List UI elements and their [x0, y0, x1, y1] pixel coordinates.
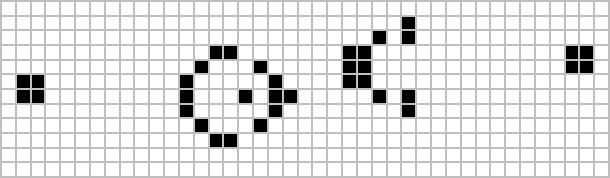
live-cell[interactable] — [343, 46, 356, 59]
dead-cell[interactable] — [388, 134, 401, 147]
dead-cell[interactable] — [165, 119, 178, 132]
dead-cell[interactable] — [210, 61, 223, 74]
dead-cell[interactable] — [566, 149, 579, 162]
dead-cell[interactable] — [343, 2, 356, 15]
dead-cell[interactable] — [388, 75, 401, 88]
dead-cell[interactable] — [269, 46, 282, 59]
dead-cell[interactable] — [566, 90, 579, 103]
live-cell[interactable] — [239, 90, 252, 103]
dead-cell[interactable] — [417, 61, 430, 74]
dead-cell[interactable] — [239, 134, 252, 147]
dead-cell[interactable] — [180, 61, 193, 74]
dead-cell[interactable] — [61, 119, 74, 132]
dead-cell[interactable] — [417, 149, 430, 162]
dead-cell[interactable] — [580, 90, 593, 103]
dead-cell[interactable] — [106, 61, 119, 74]
dead-cell[interactable] — [373, 119, 386, 132]
dead-cell[interactable] — [2, 149, 15, 162]
dead-cell[interactable] — [76, 163, 89, 176]
dead-cell[interactable] — [299, 75, 312, 88]
dead-cell[interactable] — [358, 17, 371, 30]
dead-cell[interactable] — [462, 46, 475, 59]
dead-cell[interactable] — [388, 17, 401, 30]
dead-cell[interactable] — [17, 105, 30, 118]
dead-cell[interactable] — [239, 75, 252, 88]
dead-cell[interactable] — [299, 119, 312, 132]
dead-cell[interactable] — [32, 134, 45, 147]
dead-cell[interactable] — [447, 46, 460, 59]
dead-cell[interactable] — [595, 119, 608, 132]
dead-cell[interactable] — [269, 149, 282, 162]
live-cell[interactable] — [566, 46, 579, 59]
dead-cell[interactable] — [580, 134, 593, 147]
dead-cell[interactable] — [2, 46, 15, 59]
dead-cell[interactable] — [254, 105, 267, 118]
dead-cell[interactable] — [551, 149, 564, 162]
dead-cell[interactable] — [477, 134, 490, 147]
dead-cell[interactable] — [299, 2, 312, 15]
dead-cell[interactable] — [46, 149, 59, 162]
dead-cell[interactable] — [195, 31, 208, 44]
dead-cell[interactable] — [432, 163, 445, 176]
dead-cell[interactable] — [121, 119, 134, 132]
dead-cell[interactable] — [224, 17, 237, 30]
dead-cell[interactable] — [595, 31, 608, 44]
dead-cell[interactable] — [210, 163, 223, 176]
dead-cell[interactable] — [76, 17, 89, 30]
dead-cell[interactable] — [165, 75, 178, 88]
dead-cell[interactable] — [521, 134, 534, 147]
live-cell[interactable] — [269, 75, 282, 88]
dead-cell[interactable] — [284, 163, 297, 176]
dead-cell[interactable] — [91, 105, 104, 118]
dead-cell[interactable] — [254, 163, 267, 176]
dead-cell[interactable] — [358, 105, 371, 118]
dead-cell[interactable] — [402, 75, 415, 88]
dead-cell[interactable] — [121, 46, 134, 59]
dead-cell[interactable] — [121, 2, 134, 15]
dead-cell[interactable] — [447, 75, 460, 88]
dead-cell[interactable] — [506, 31, 519, 44]
dead-cell[interactable] — [121, 134, 134, 147]
dead-cell[interactable] — [224, 105, 237, 118]
dead-cell[interactable] — [551, 75, 564, 88]
dead-cell[interactable] — [328, 61, 341, 74]
dead-cell[interactable] — [343, 105, 356, 118]
dead-cell[interactable] — [106, 75, 119, 88]
dead-cell[interactable] — [165, 90, 178, 103]
dead-cell[interactable] — [239, 163, 252, 176]
dead-cell[interactable] — [299, 61, 312, 74]
dead-cell[interactable] — [254, 17, 267, 30]
dead-cell[interactable] — [506, 105, 519, 118]
dead-cell[interactable] — [224, 149, 237, 162]
dead-cell[interactable] — [135, 17, 148, 30]
dead-cell[interactable] — [566, 163, 579, 176]
dead-cell[interactable] — [462, 75, 475, 88]
dead-cell[interactable] — [313, 61, 326, 74]
dead-cell[interactable] — [210, 75, 223, 88]
dead-cell[interactable] — [402, 149, 415, 162]
dead-cell[interactable] — [91, 46, 104, 59]
dead-cell[interactable] — [447, 17, 460, 30]
dead-cell[interactable] — [269, 31, 282, 44]
live-cell[interactable] — [269, 105, 282, 118]
dead-cell[interactable] — [121, 61, 134, 74]
dead-cell[interactable] — [566, 75, 579, 88]
live-cell[interactable] — [17, 75, 30, 88]
dead-cell[interactable] — [150, 90, 163, 103]
dead-cell[interactable] — [106, 31, 119, 44]
dead-cell[interactable] — [2, 31, 15, 44]
dead-cell[interactable] — [106, 105, 119, 118]
dead-cell[interactable] — [46, 61, 59, 74]
dead-cell[interactable] — [106, 90, 119, 103]
dead-cell[interactable] — [180, 119, 193, 132]
dead-cell[interactable] — [536, 163, 549, 176]
dead-cell[interactable] — [61, 149, 74, 162]
dead-cell[interactable] — [239, 46, 252, 59]
dead-cell[interactable] — [61, 90, 74, 103]
dead-cell[interactable] — [595, 149, 608, 162]
dead-cell[interactable] — [566, 105, 579, 118]
dead-cell[interactable] — [150, 46, 163, 59]
dead-cell[interactable] — [76, 149, 89, 162]
dead-cell[interactable] — [32, 119, 45, 132]
dead-cell[interactable] — [388, 119, 401, 132]
dead-cell[interactable] — [210, 2, 223, 15]
dead-cell[interactable] — [373, 46, 386, 59]
dead-cell[interactable] — [343, 90, 356, 103]
dead-cell[interactable] — [106, 46, 119, 59]
dead-cell[interactable] — [328, 46, 341, 59]
dead-cell[interactable] — [313, 75, 326, 88]
dead-cell[interactable] — [566, 119, 579, 132]
live-cell[interactable] — [402, 17, 415, 30]
dead-cell[interactable] — [566, 17, 579, 30]
dead-cell[interactable] — [447, 31, 460, 44]
dead-cell[interactable] — [595, 105, 608, 118]
dead-cell[interactable] — [462, 90, 475, 103]
dead-cell[interactable] — [373, 105, 386, 118]
dead-cell[interactable] — [91, 163, 104, 176]
live-cell[interactable] — [358, 61, 371, 74]
dead-cell[interactable] — [195, 17, 208, 30]
dead-cell[interactable] — [180, 31, 193, 44]
dead-cell[interactable] — [313, 163, 326, 176]
dead-cell[interactable] — [2, 105, 15, 118]
dead-cell[interactable] — [432, 2, 445, 15]
dead-cell[interactable] — [150, 2, 163, 15]
live-cell[interactable] — [580, 46, 593, 59]
dead-cell[interactable] — [76, 75, 89, 88]
dead-cell[interactable] — [2, 119, 15, 132]
dead-cell[interactable] — [506, 17, 519, 30]
dead-cell[interactable] — [239, 61, 252, 74]
dead-cell[interactable] — [2, 163, 15, 176]
dead-cell[interactable] — [46, 105, 59, 118]
dead-cell[interactable] — [521, 61, 534, 74]
dead-cell[interactable] — [46, 75, 59, 88]
dead-cell[interactable] — [521, 75, 534, 88]
dead-cell[interactable] — [46, 2, 59, 15]
live-cell[interactable] — [254, 61, 267, 74]
dead-cell[interactable] — [580, 75, 593, 88]
dead-cell[interactable] — [239, 17, 252, 30]
dead-cell[interactable] — [580, 119, 593, 132]
dead-cell[interactable] — [447, 149, 460, 162]
live-cell[interactable] — [580, 61, 593, 74]
dead-cell[interactable] — [536, 134, 549, 147]
dead-cell[interactable] — [373, 134, 386, 147]
dead-cell[interactable] — [135, 61, 148, 74]
dead-cell[interactable] — [313, 17, 326, 30]
dead-cell[interactable] — [210, 90, 223, 103]
dead-cell[interactable] — [328, 105, 341, 118]
dead-cell[interactable] — [358, 31, 371, 44]
dead-cell[interactable] — [551, 31, 564, 44]
dead-cell[interactable] — [521, 17, 534, 30]
dead-cell[interactable] — [536, 90, 549, 103]
dead-cell[interactable] — [91, 61, 104, 74]
dead-cell[interactable] — [32, 2, 45, 15]
dead-cell[interactable] — [328, 31, 341, 44]
dead-cell[interactable] — [299, 163, 312, 176]
dead-cell[interactable] — [269, 2, 282, 15]
dead-cell[interactable] — [195, 90, 208, 103]
dead-cell[interactable] — [432, 90, 445, 103]
dead-cell[interactable] — [580, 149, 593, 162]
dead-cell[interactable] — [536, 75, 549, 88]
dead-cell[interactable] — [551, 105, 564, 118]
live-cell[interactable] — [358, 75, 371, 88]
dead-cell[interactable] — [388, 61, 401, 74]
dead-cell[interactable] — [388, 90, 401, 103]
dead-cell[interactable] — [462, 2, 475, 15]
dead-cell[interactable] — [106, 134, 119, 147]
dead-cell[interactable] — [150, 149, 163, 162]
dead-cell[interactable] — [506, 134, 519, 147]
live-cell[interactable] — [32, 75, 45, 88]
dead-cell[interactable] — [373, 75, 386, 88]
dead-cell[interactable] — [521, 163, 534, 176]
dead-cell[interactable] — [566, 2, 579, 15]
dead-cell[interactable] — [106, 163, 119, 176]
dead-cell[interactable] — [284, 61, 297, 74]
dead-cell[interactable] — [462, 61, 475, 74]
dead-cell[interactable] — [328, 75, 341, 88]
dead-cell[interactable] — [284, 46, 297, 59]
dead-cell[interactable] — [299, 31, 312, 44]
dead-cell[interactable] — [284, 149, 297, 162]
dead-cell[interactable] — [388, 2, 401, 15]
dead-cell[interactable] — [135, 163, 148, 176]
dead-cell[interactable] — [313, 134, 326, 147]
dead-cell[interactable] — [135, 75, 148, 88]
dead-cell[interactable] — [328, 149, 341, 162]
dead-cell[interactable] — [224, 75, 237, 88]
dead-cell[interactable] — [417, 17, 430, 30]
dead-cell[interactable] — [477, 119, 490, 132]
dead-cell[interactable] — [551, 17, 564, 30]
dead-cell[interactable] — [269, 17, 282, 30]
dead-cell[interactable] — [91, 90, 104, 103]
dead-cell[interactable] — [76, 46, 89, 59]
dead-cell[interactable] — [284, 75, 297, 88]
dead-cell[interactable] — [402, 119, 415, 132]
dead-cell[interactable] — [521, 119, 534, 132]
dead-cell[interactable] — [32, 17, 45, 30]
dead-cell[interactable] — [121, 75, 134, 88]
dead-cell[interactable] — [76, 134, 89, 147]
dead-cell[interactable] — [150, 119, 163, 132]
dead-cell[interactable] — [61, 75, 74, 88]
live-cell[interactable] — [254, 119, 267, 132]
dead-cell[interactable] — [195, 134, 208, 147]
dead-cell[interactable] — [32, 149, 45, 162]
dead-cell[interactable] — [432, 46, 445, 59]
dead-cell[interactable] — [551, 46, 564, 59]
dead-cell[interactable] — [506, 149, 519, 162]
dead-cell[interactable] — [551, 61, 564, 74]
dead-cell[interactable] — [239, 2, 252, 15]
live-cell[interactable] — [402, 31, 415, 44]
dead-cell[interactable] — [417, 46, 430, 59]
dead-cell[interactable] — [580, 163, 593, 176]
dead-cell[interactable] — [61, 17, 74, 30]
dead-cell[interactable] — [46, 90, 59, 103]
dead-cell[interactable] — [46, 46, 59, 59]
live-cell[interactable] — [180, 105, 193, 118]
dead-cell[interactable] — [521, 149, 534, 162]
dead-cell[interactable] — [506, 46, 519, 59]
dead-cell[interactable] — [195, 149, 208, 162]
dead-cell[interactable] — [373, 163, 386, 176]
dead-cell[interactable] — [180, 2, 193, 15]
dead-cell[interactable] — [432, 31, 445, 44]
dead-cell[interactable] — [580, 2, 593, 15]
dead-cell[interactable] — [432, 105, 445, 118]
dead-cell[interactable] — [299, 90, 312, 103]
dead-cell[interactable] — [2, 2, 15, 15]
dead-cell[interactable] — [135, 119, 148, 132]
dead-cell[interactable] — [491, 90, 504, 103]
live-cell[interactable] — [210, 134, 223, 147]
dead-cell[interactable] — [32, 61, 45, 74]
dead-cell[interactable] — [447, 119, 460, 132]
dead-cell[interactable] — [447, 90, 460, 103]
dead-cell[interactable] — [106, 17, 119, 30]
dead-cell[interactable] — [76, 61, 89, 74]
dead-cell[interactable] — [343, 119, 356, 132]
dead-cell[interactable] — [224, 61, 237, 74]
dead-cell[interactable] — [491, 163, 504, 176]
dead-cell[interactable] — [195, 46, 208, 59]
dead-cell[interactable] — [91, 134, 104, 147]
dead-cell[interactable] — [121, 31, 134, 44]
dead-cell[interactable] — [76, 90, 89, 103]
dead-cell[interactable] — [566, 31, 579, 44]
dead-cell[interactable] — [328, 134, 341, 147]
dead-cell[interactable] — [477, 31, 490, 44]
dead-cell[interactable] — [165, 2, 178, 15]
dead-cell[interactable] — [388, 31, 401, 44]
dead-cell[interactable] — [106, 149, 119, 162]
dead-cell[interactable] — [595, 75, 608, 88]
dead-cell[interactable] — [595, 17, 608, 30]
dead-cell[interactable] — [462, 119, 475, 132]
dead-cell[interactable] — [195, 163, 208, 176]
dead-cell[interactable] — [61, 31, 74, 44]
dead-cell[interactable] — [373, 17, 386, 30]
live-cell[interactable] — [284, 90, 297, 103]
dead-cell[interactable] — [239, 105, 252, 118]
dead-cell[interactable] — [551, 90, 564, 103]
dead-cell[interactable] — [284, 2, 297, 15]
dead-cell[interactable] — [536, 149, 549, 162]
dead-cell[interactable] — [61, 163, 74, 176]
dead-cell[interactable] — [254, 31, 267, 44]
live-cell[interactable] — [566, 61, 579, 74]
dead-cell[interactable] — [61, 46, 74, 59]
dead-cell[interactable] — [358, 2, 371, 15]
dead-cell[interactable] — [536, 61, 549, 74]
dead-cell[interactable] — [328, 17, 341, 30]
dead-cell[interactable] — [388, 163, 401, 176]
dead-cell[interactable] — [91, 17, 104, 30]
dead-cell[interactable] — [224, 2, 237, 15]
dead-cell[interactable] — [254, 46, 267, 59]
dead-cell[interactable] — [121, 105, 134, 118]
dead-cell[interactable] — [313, 105, 326, 118]
dead-cell[interactable] — [313, 90, 326, 103]
dead-cell[interactable] — [432, 17, 445, 30]
dead-cell[interactable] — [150, 134, 163, 147]
dead-cell[interactable] — [477, 75, 490, 88]
dead-cell[interactable] — [313, 2, 326, 15]
dead-cell[interactable] — [462, 17, 475, 30]
dead-cell[interactable] — [180, 149, 193, 162]
dead-cell[interactable] — [491, 61, 504, 74]
dead-cell[interactable] — [150, 163, 163, 176]
dead-cell[interactable] — [299, 46, 312, 59]
live-cell[interactable] — [343, 61, 356, 74]
dead-cell[interactable] — [210, 119, 223, 132]
dead-cell[interactable] — [224, 90, 237, 103]
dead-cell[interactable] — [61, 134, 74, 147]
dead-cell[interactable] — [313, 31, 326, 44]
dead-cell[interactable] — [595, 46, 608, 59]
dead-cell[interactable] — [299, 105, 312, 118]
live-cell[interactable] — [195, 119, 208, 132]
dead-cell[interactable] — [477, 105, 490, 118]
live-cell[interactable] — [180, 90, 193, 103]
dead-cell[interactable] — [76, 2, 89, 15]
live-cell[interactable] — [373, 90, 386, 103]
dead-cell[interactable] — [284, 17, 297, 30]
dead-cell[interactable] — [477, 2, 490, 15]
dead-cell[interactable] — [595, 90, 608, 103]
dead-cell[interactable] — [299, 134, 312, 147]
dead-cell[interactable] — [417, 105, 430, 118]
dead-cell[interactable] — [46, 17, 59, 30]
dead-cell[interactable] — [195, 75, 208, 88]
dead-cell[interactable] — [477, 149, 490, 162]
dead-cell[interactable] — [2, 90, 15, 103]
dead-cell[interactable] — [254, 90, 267, 103]
dead-cell[interactable] — [180, 163, 193, 176]
dead-cell[interactable] — [491, 2, 504, 15]
